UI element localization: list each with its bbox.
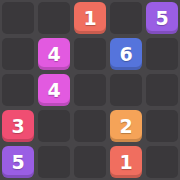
tile-2-r3c3[interactable]: 2 (110, 110, 142, 142)
tile-5-r0c4[interactable]: 5 (146, 2, 178, 34)
empty-cell-r0c1 (38, 2, 70, 34)
empty-cell-r1c4 (146, 38, 178, 70)
empty-cell-r2c2 (74, 74, 106, 106)
puzzle-board: 154643251 (0, 0, 180, 180)
empty-cell-r0c0 (2, 2, 34, 34)
empty-cell-r3c4 (146, 110, 178, 142)
tile-1-r0c2[interactable]: 1 (74, 2, 106, 34)
empty-cell-r3c2 (74, 110, 106, 142)
tile-5-r4c0[interactable]: 5 (2, 146, 34, 178)
empty-cell-r4c1 (38, 146, 70, 178)
empty-cell-r1c2 (74, 38, 106, 70)
tile-3-r3c0[interactable]: 3 (2, 110, 34, 142)
empty-cell-r2c0 (2, 74, 34, 106)
empty-cell-r2c4 (146, 74, 178, 106)
tile-6-r1c3[interactable]: 6 (110, 38, 142, 70)
empty-cell-r1c0 (2, 38, 34, 70)
tile-1-r4c3[interactable]: 1 (110, 146, 142, 178)
tile-4-r1c1[interactable]: 4 (38, 38, 70, 70)
empty-cell-r4c2 (74, 146, 106, 178)
empty-cell-r3c1 (38, 110, 70, 142)
empty-cell-r4c4 (146, 146, 178, 178)
empty-cell-r0c3 (110, 2, 142, 34)
empty-cell-r2c3 (110, 74, 142, 106)
tile-4-r2c1[interactable]: 4 (38, 74, 70, 106)
